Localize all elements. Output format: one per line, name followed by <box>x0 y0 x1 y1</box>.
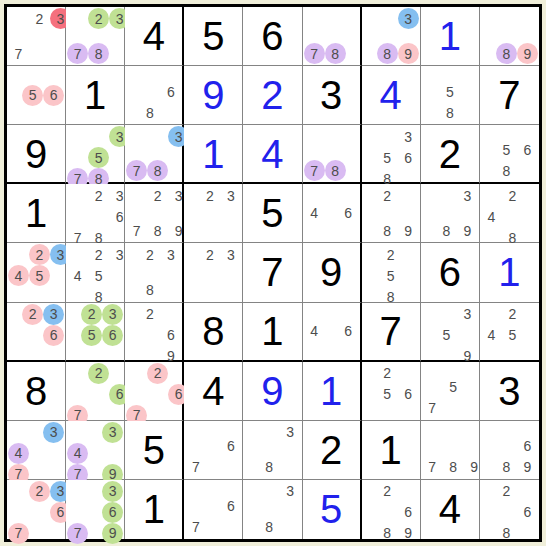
candidate-slot-6: 6 <box>517 436 538 457</box>
candidate-slot-5: 5 <box>22 85 43 106</box>
given-digit: 7 <box>480 66 539 124</box>
candidate-slot-6 <box>401 265 419 286</box>
cell-r3c2[interactable]: 3578 <box>66 125 125 184</box>
candidate-7: 7 <box>185 517 206 538</box>
candidate-slot-4 <box>422 325 436 346</box>
candidate-slot-1 <box>67 304 81 325</box>
given-digit: 8 <box>184 303 242 360</box>
candidate-slot-8 <box>325 224 338 242</box>
cell-r9c1[interactable]: 2367 <box>7 480 66 539</box>
candidate-slot-9 <box>460 102 478 123</box>
candidate-slot-2: 2 <box>199 244 220 265</box>
candidate-slot-2: 2 <box>81 304 102 325</box>
candidate-grid: 389 <box>421 184 479 242</box>
candidate-5-green-highlight: 5 <box>81 325 102 346</box>
cell-r2c4[interactable]: 9 <box>184 66 243 125</box>
candidate-slot-9 <box>43 346 64 359</box>
cell-r7c7[interactable]: 256 <box>362 362 421 421</box>
candidate-2-pink-highlight: 2 <box>29 244 50 265</box>
cell-r2c9[interactable]: 7 <box>480 66 539 125</box>
cell-r6c8[interactable]: 359 <box>421 303 480 362</box>
cell-r2c5[interactable]: 2 <box>243 66 302 125</box>
candidate-slot-3: 3 <box>160 244 181 265</box>
candidate-3: 3 <box>280 422 301 443</box>
candidate-slot-5: 5 <box>439 81 460 102</box>
candidate-slot-6: 6 <box>338 203 359 224</box>
candidate-grid: 568 <box>480 125 539 182</box>
cell-r8c2[interactable]: 3479 <box>66 421 125 480</box>
cell-r4c1[interactable]: 1 <box>7 184 66 243</box>
candidate-slot-4 <box>185 496 206 517</box>
cell-r5c6[interactable]: 9 <box>303 243 362 302</box>
cell-r9c9[interactable]: 268 <box>480 480 539 539</box>
cell-r1c3[interactable]: 4 <box>125 7 184 66</box>
candidate-2-green-highlight: 2 <box>88 363 109 384</box>
cell-r8c5[interactable]: 38 <box>243 421 302 480</box>
candidate-slot-8 <box>29 286 50 300</box>
candidate-grid: 68 <box>125 66 182 124</box>
candidate-slot-5 <box>147 147 168 160</box>
cell-r7c4[interactable]: 4 <box>184 362 243 421</box>
cell-r2c6[interactable]: 3 <box>303 66 362 125</box>
cell-r4c6[interactable]: 46 <box>303 184 362 243</box>
candidate-grid: 78 <box>303 7 360 65</box>
candidate-slot-2: 2 <box>502 304 523 325</box>
candidate-slot-5: 5 <box>88 147 109 168</box>
candidate-slot-5: 5 <box>443 377 464 398</box>
candidate-slot-3 <box>517 481 538 502</box>
solved-digit: 4 <box>243 125 301 182</box>
cell-r7c5[interactable]: 9 <box>243 362 302 421</box>
candidate-6: 6 <box>338 203 359 224</box>
candidate-slot-7: 7 <box>304 160 325 181</box>
candidate-slot-4: 4 <box>481 325 502 346</box>
solved-digit: 9 <box>184 66 242 124</box>
cell-r6c9[interactable]: 245 <box>480 303 539 362</box>
candidate-slot-8 <box>206 457 220 478</box>
candidate-slot-6: 6 <box>43 325 64 346</box>
candidate-slot-2: 2 <box>377 185 398 206</box>
cell-r8c6[interactable]: 2 <box>303 421 362 480</box>
solved-digit: 1 <box>421 7 479 65</box>
candidate-slot-4 <box>67 29 88 43</box>
candidate-slot-2 <box>377 8 398 29</box>
cell-r7c9[interactable]: 3 <box>480 362 539 421</box>
candidate-slot-1 <box>481 422 496 436</box>
candidate-slot-2 <box>439 67 460 81</box>
candidate-grid: 3578 <box>66 125 124 182</box>
candidate-slot-9: 9 <box>398 523 419 544</box>
candidate-6: 6 <box>517 139 538 160</box>
candidate-slot-6 <box>160 265 181 279</box>
cell-r2c8[interactable]: 58 <box>421 66 480 125</box>
candidate-slot-1 <box>422 185 436 206</box>
candidate-2: 2 <box>380 244 401 265</box>
candidate-slot-9 <box>220 457 241 478</box>
cell-r9c6[interactable]: 5 <box>303 480 362 539</box>
cell-r3c5[interactable]: 4 <box>243 125 302 184</box>
candidate-9-pink-highlight: 9 <box>517 43 538 64</box>
candidate-5-pink-highlight: 5 <box>22 85 43 106</box>
cell-r1c8[interactable]: 1 <box>421 7 480 66</box>
cell-r3c1[interactable]: 9 <box>7 125 66 184</box>
given-digit: 1 <box>362 421 420 479</box>
candidate-5: 5 <box>88 265 109 286</box>
cell-r1c6[interactable]: 78 <box>303 7 362 66</box>
candidate-slot-6 <box>346 143 359 160</box>
candidate-6: 6 <box>338 321 359 342</box>
candidate-grid: 267 <box>66 362 124 420</box>
candidate-8: 8 <box>496 160 517 181</box>
cell-r8c9[interactable]: 689 <box>480 421 539 480</box>
candidate-slot-3: 3 <box>102 481 123 502</box>
candidate-grid: 2356 <box>66 303 124 360</box>
candidate-slot-5 <box>377 502 398 523</box>
candidate-slot-7 <box>126 280 139 301</box>
cell-r3c6[interactable]: 78 <box>303 125 362 184</box>
cell-r4c2[interactable]: 23678 <box>66 184 125 243</box>
candidate-5: 5 <box>380 265 401 286</box>
cell-r2c7[interactable]: 4 <box>362 66 421 125</box>
candidate-slot-1 <box>67 481 88 502</box>
candidate-slot-1 <box>126 244 139 265</box>
candidate-slot-4 <box>244 502 258 517</box>
candidate-5: 5 <box>439 81 460 102</box>
candidate-slot-5 <box>88 29 109 43</box>
candidate-grid: 237 <box>7 7 65 65</box>
given-digit: 5 <box>125 421 182 479</box>
cell-r1c9[interactable]: 89 <box>480 7 539 66</box>
candidate-2-green-highlight: 2 <box>88 8 109 29</box>
candidate-4: 4 <box>304 321 325 342</box>
candidate-slot-7 <box>185 224 199 242</box>
given-digit: 9 <box>303 243 360 301</box>
cell-r7c3[interactable]: 267 <box>125 362 184 421</box>
candidate-slot-6 <box>523 206 538 227</box>
candidate-grid: 248 <box>480 184 539 242</box>
cell-r3c8[interactable]: 2 <box>421 125 480 184</box>
candidate-slot-6 <box>457 325 478 346</box>
candidate-slot-1 <box>8 8 29 29</box>
cell-r6c1[interactable]: 236 <box>7 303 66 362</box>
candidate-9: 9 <box>517 457 538 478</box>
cell-r7c2[interactable]: 267 <box>66 362 125 421</box>
cell-r9c4[interactable]: 67 <box>184 480 243 539</box>
cell-r3c4[interactable]: 1 <box>184 125 243 184</box>
cell-r7c1[interactable]: 8 <box>7 362 66 421</box>
cell-r2c3[interactable]: 68 <box>125 66 184 125</box>
candidate-6-pink-highlight: 6 <box>43 85 64 106</box>
candidate-slot-8 <box>22 346 43 359</box>
candidate-slot-5 <box>206 496 220 517</box>
candidate-grid: 378 <box>125 125 182 182</box>
candidate-slot-1 <box>185 244 199 265</box>
candidate-slot-2: 2 <box>88 185 109 206</box>
candidate-slot-2 <box>377 126 398 147</box>
candidate-8: 8 <box>496 523 517 544</box>
candidate-slot-3 <box>523 185 538 206</box>
candidate-slot-4 <box>185 206 199 224</box>
candidate-slot-3 <box>338 304 359 321</box>
candidate-slot-3: 3 <box>102 304 123 325</box>
candidate-slot-3: 3 <box>280 481 301 502</box>
candidate-slot-4 <box>126 325 139 346</box>
candidate-slot-7 <box>304 342 325 359</box>
candidate-slot-6: 6 <box>43 85 64 106</box>
candidate-slot-6: 6 <box>220 436 241 457</box>
candidate-slot-2 <box>436 185 457 206</box>
cell-r5c5[interactable]: 7 <box>243 243 302 302</box>
candidate-slot-3: 3 <box>398 8 419 29</box>
candidate-slot-6 <box>398 29 419 43</box>
cell-r4c7[interactable]: 289 <box>362 184 421 243</box>
candidate-slot-4 <box>67 502 88 523</box>
cell-r3c7[interactable]: 3568 <box>362 125 421 184</box>
candidate-slot-4 <box>422 439 443 457</box>
candidate-slot-6 <box>523 325 538 346</box>
candidate-slot-2 <box>325 304 338 321</box>
cell-r6c2[interactable]: 2356 <box>66 303 125 362</box>
candidate-slot-1 <box>481 481 496 502</box>
cell-r2c2[interactable]: 1 <box>66 66 125 125</box>
candidate-slot-9 <box>517 160 538 181</box>
cell-r3c9[interactable]: 568 <box>480 125 539 184</box>
candidate-slot-1 <box>8 67 22 85</box>
candidate-slot-7 <box>481 160 496 181</box>
candidate-8: 8 <box>139 102 160 123</box>
cell-r6c6[interactable]: 46 <box>303 303 362 362</box>
candidate-slot-9 <box>517 523 538 544</box>
candidate-grid: 46 <box>303 184 360 242</box>
candidate-slot-4 <box>363 29 377 43</box>
candidate-4-purple-highlight: 4 <box>8 443 29 464</box>
candidate-slot-3: 3 <box>457 185 478 206</box>
candidate-slot-6 <box>220 265 241 283</box>
candidate-slot-1 <box>422 422 443 440</box>
cell-r5c9[interactable]: 1 <box>480 243 539 302</box>
cell-r8c4[interactable]: 67 <box>184 421 243 480</box>
candidate-6-green-highlight: 6 <box>102 325 123 346</box>
candidate-8-purple-highlight: 8 <box>325 43 346 64</box>
candidate-slot-8 <box>502 346 523 359</box>
candidate-slot-7 <box>481 346 502 359</box>
candidate-6: 6 <box>160 325 181 346</box>
candidate-slot-8: 8 <box>147 160 168 181</box>
candidate-slot-9 <box>220 517 241 538</box>
candidate-slot-9 <box>338 342 359 359</box>
cell-r1c7[interactable]: 389 <box>362 7 421 66</box>
candidate-slot-9: 9 <box>102 523 123 544</box>
cell-r6c3[interactable]: 269 <box>125 303 184 362</box>
given-digit: 2 <box>421 125 479 182</box>
candidate-slot-8: 8 <box>377 220 398 241</box>
candidate-slot-2: 2 <box>139 304 160 325</box>
cell-r8c1[interactable]: 347 <box>7 421 66 480</box>
candidate-slot-2: 2 <box>88 244 109 265</box>
cell-r9c2[interactable]: 3679 <box>66 480 125 539</box>
cell-r9c7[interactable]: 2689 <box>362 480 421 539</box>
candidate-slot-6 <box>464 377 478 398</box>
candidate-7-purple-highlight: 7 <box>304 160 325 181</box>
candidate-slot-7 <box>304 224 325 242</box>
candidate-2: 2 <box>139 244 160 265</box>
cell-r6c4[interactable]: 8 <box>184 303 243 362</box>
cell-r7c8[interactable]: 57 <box>421 362 480 421</box>
cell-r2c1[interactable]: 56 <box>7 66 66 125</box>
candidate-slot-1 <box>481 126 496 139</box>
candidate-slot-8: 8 <box>439 102 460 123</box>
candidate-slot-4 <box>304 143 325 160</box>
candidate-5: 5 <box>502 325 523 346</box>
candidate-slot-8: 8 <box>147 220 168 241</box>
candidate-slot-7: 7 <box>67 523 88 544</box>
candidate-slot-3 <box>346 126 359 143</box>
candidate-slot-5 <box>325 321 338 342</box>
candidate-2-green-highlight: 2 <box>81 304 102 325</box>
cell-r9c8[interactable]: 4 <box>421 480 480 539</box>
candidate-6: 6 <box>160 81 181 102</box>
candidate-slot-7 <box>481 457 496 478</box>
candidate-slot-4 <box>126 384 147 405</box>
candidate-slot-3 <box>338 185 359 203</box>
cell-r5c2[interactable]: 23458 <box>66 243 125 302</box>
candidate-slot-4 <box>67 206 88 227</box>
candidate-slot-9 <box>464 398 478 419</box>
solved-digit: 4 <box>362 66 420 124</box>
candidate-grid: 256 <box>362 362 420 420</box>
cell-r5c8[interactable]: 6 <box>421 243 480 302</box>
candidate-slot-4 <box>422 206 436 220</box>
given-digit: 6 <box>421 243 479 301</box>
candidate-slot-9 <box>280 457 301 478</box>
cell-r6c7[interactable]: 7 <box>362 303 421 362</box>
given-digit: 4 <box>184 362 242 420</box>
candidate-slot-9 <box>160 102 181 123</box>
cell-r4c9[interactable]: 248 <box>480 184 539 243</box>
cell-r9c5[interactable]: 38 <box>243 480 302 539</box>
candidate-slot-1 <box>8 481 29 502</box>
candidate-6: 6 <box>517 436 538 457</box>
candidate-4-pink-highlight: 4 <box>8 265 29 286</box>
candidate-slot-1 <box>363 363 377 384</box>
cell-r1c5[interactable]: 6 <box>243 7 302 66</box>
candidate-grid: 2345 <box>7 243 65 301</box>
candidate-3: 3 <box>220 185 241 206</box>
candidate-slot-5 <box>377 206 398 220</box>
cell-r5c4[interactable]: 23 <box>184 243 243 302</box>
candidate-slot-5 <box>496 436 517 457</box>
cell-r5c3[interactable]: 238 <box>125 243 184 302</box>
cell-r5c7[interactable]: 258 <box>362 243 421 302</box>
candidate-slot-9 <box>346 43 359 64</box>
candidate-slot-5 <box>259 443 280 457</box>
candidate-slot-7 <box>422 102 440 123</box>
candidate-slot-1 <box>422 363 443 377</box>
candidate-5: 5 <box>443 377 464 398</box>
candidate-5-pink-highlight: 5 <box>29 265 50 286</box>
cell-r4c4[interactable]: 23 <box>184 184 243 243</box>
candidate-5: 5 <box>377 384 398 405</box>
candidate-6: 6 <box>398 147 419 168</box>
candidate-slot-4: 4 <box>67 443 88 464</box>
candidate-slot-2: 2 <box>147 363 168 384</box>
cell-r7c6[interactable]: 1 <box>303 362 362 421</box>
given-digit: 8 <box>7 362 65 420</box>
candidate-slot-2 <box>88 422 102 443</box>
candidate-slot-7: 7 <box>422 398 443 419</box>
cell-r6c5[interactable]: 1 <box>243 303 302 362</box>
cell-r1c4[interactable]: 5 <box>184 7 243 66</box>
candidate-slot-2 <box>496 8 517 26</box>
cell-r9c3[interactable]: 1 <box>125 480 184 539</box>
candidate-slot-6: 6 <box>102 502 123 523</box>
candidate-slot-5 <box>436 206 457 220</box>
candidate-slot-7 <box>422 220 436 241</box>
candidate-3-green-highlight: 3 <box>102 481 123 502</box>
candidate-8-purple-highlight: 8 <box>147 160 168 181</box>
candidate-slot-1 <box>481 304 502 325</box>
candidate-8: 8 <box>439 102 460 123</box>
cell-r4c8[interactable]: 389 <box>421 184 480 243</box>
cell-r3c3[interactable]: 378 <box>125 125 184 184</box>
cell-r5c1[interactable]: 2345 <box>7 243 66 302</box>
candidate-slot-6 <box>280 443 301 457</box>
given-digit: 5 <box>184 7 242 65</box>
cell-r8c7[interactable]: 1 <box>362 421 421 480</box>
candidate-slot-8 <box>22 106 43 124</box>
candidate-slot-5 <box>22 325 43 346</box>
candidate-slot-6 <box>220 206 241 224</box>
candidate-slot-1 <box>67 185 88 206</box>
candidate-slot-7 <box>363 43 377 64</box>
candidate-8: 8 <box>259 517 280 538</box>
candidate-slot-2: 2 <box>139 244 160 265</box>
candidate-slot-8: 8 <box>139 280 160 301</box>
cell-r8c8[interactable]: 789 <box>421 421 480 480</box>
cell-r1c2[interactable]: 2378 <box>66 7 125 66</box>
candidate-slot-2: 2 <box>377 481 398 502</box>
candidate-grid: 269 <box>125 303 182 360</box>
cell-r8c3[interactable]: 5 <box>125 421 184 480</box>
candidate-slot-5: 5 <box>88 265 109 286</box>
candidate-slot-7 <box>8 106 22 124</box>
cell-r4c3[interactable]: 23789 <box>125 184 184 243</box>
sudoku-app: { "game": "sudoku", "board_size": 9, "po… <box>0 0 546 546</box>
candidate-slot-5 <box>147 384 168 405</box>
candidate-grid: 89 <box>480 7 539 65</box>
candidate-grid: 67 <box>184 480 242 539</box>
cell-r4c5[interactable]: 5 <box>243 184 302 243</box>
candidate-9: 9 <box>457 220 478 241</box>
candidate-slot-4: 4 <box>67 265 88 286</box>
candidate-slot-7: 7 <box>422 457 443 478</box>
candidate-slot-2 <box>259 481 280 502</box>
cell-r1c1[interactable]: 237 <box>7 7 66 66</box>
candidate-slot-1 <box>363 8 377 29</box>
candidate-grid: 3479 <box>66 421 124 479</box>
candidate-grid: 689 <box>480 421 539 479</box>
given-digit: 5 <box>243 184 301 242</box>
candidate-2: 2 <box>502 304 523 325</box>
candidate-slot-3 <box>160 67 181 81</box>
given-digit: 1 <box>243 303 301 360</box>
candidate-slot-7 <box>8 346 22 359</box>
candidate-slot-2: 2 <box>29 8 50 29</box>
candidate-slot-5 <box>88 443 102 464</box>
candidate-slot-8 <box>29 43 50 64</box>
candidate-slot-9 <box>398 405 419 419</box>
candidate-slot-4 <box>481 26 496 44</box>
